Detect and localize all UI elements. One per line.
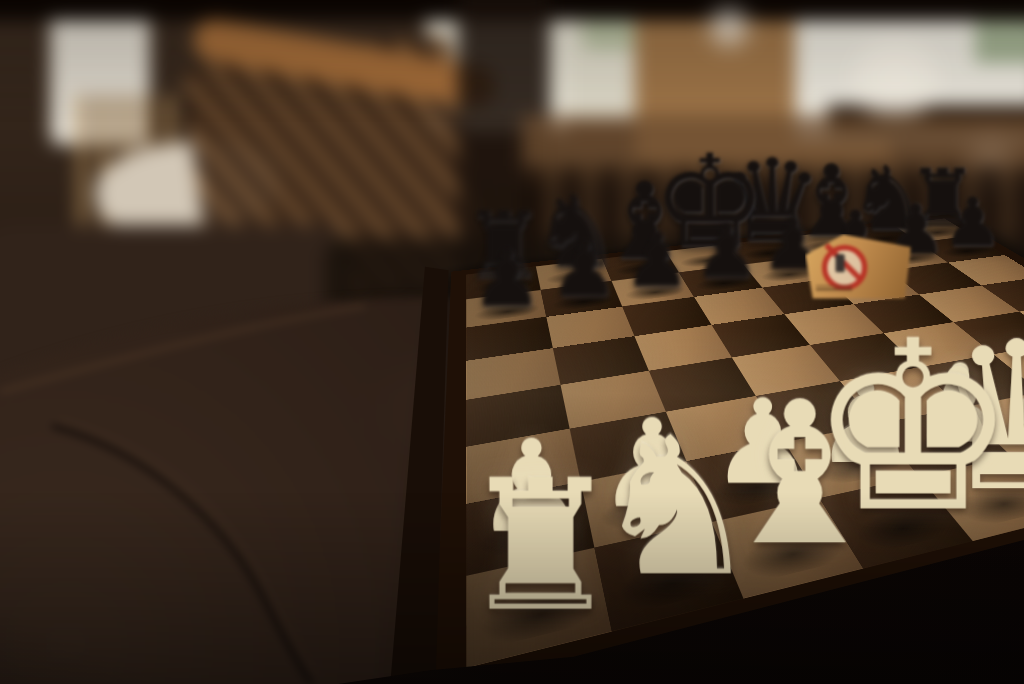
prohibited-item-icon <box>836 254 845 272</box>
square-h1: ♜ <box>467 548 612 668</box>
piece-black-pawn-h7: ♟ <box>427 239 586 319</box>
chess-photo-scene: ♜♞♝♚♛♝♞♜♟♟♟♟♟♟♟♟♟♟♟♟♟♟♟♟♜♞♝♚♛♝♞♜ <box>0 0 1024 684</box>
piece-white-rook-h1: ♜ <box>359 456 721 637</box>
prohibition-table-sign <box>805 234 911 298</box>
